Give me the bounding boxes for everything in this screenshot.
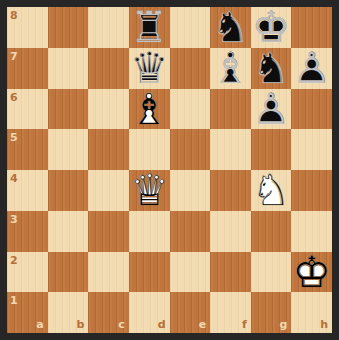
- square-a4[interactable]: 4: [7, 170, 48, 211]
- square-e2[interactable]: [170, 252, 211, 293]
- square-c3[interactable]: [88, 211, 129, 252]
- square-a2[interactable]: 2: [7, 252, 48, 293]
- square-c4[interactable]: [88, 170, 129, 211]
- square-g5[interactable]: [251, 129, 292, 170]
- square-a6[interactable]: 6: [7, 89, 48, 130]
- black-pawn[interactable]: ♟♙: [251, 89, 292, 130]
- black-pawn[interactable]: ♟♙: [291, 48, 332, 89]
- rank-label-7: 7: [10, 51, 18, 62]
- square-a7[interactable]: 7: [7, 48, 48, 89]
- square-h3[interactable]: [291, 211, 332, 252]
- black-rook[interactable]: ♜♖: [129, 7, 170, 48]
- square-c1[interactable]: c: [88, 292, 129, 333]
- square-f7[interactable]: ♝♗: [210, 48, 251, 89]
- square-g3[interactable]: [251, 211, 292, 252]
- square-c5[interactable]: [88, 129, 129, 170]
- square-h1[interactable]: h: [291, 292, 332, 333]
- black-knight[interactable]: ♞♘: [251, 48, 292, 89]
- square-b3[interactable]: [48, 211, 89, 252]
- square-e4[interactable]: [170, 170, 211, 211]
- square-d8[interactable]: ♜♖: [129, 7, 170, 48]
- file-label-b: b: [76, 319, 84, 330]
- rank-label-4: 4: [10, 173, 18, 184]
- square-d4[interactable]: ♛♕: [129, 170, 170, 211]
- square-f4[interactable]: [210, 170, 251, 211]
- square-h8[interactable]: [291, 7, 332, 48]
- square-d6[interactable]: ♝♗: [129, 89, 170, 130]
- square-h4[interactable]: [291, 170, 332, 211]
- file-label-g: g: [280, 319, 288, 330]
- square-f5[interactable]: [210, 129, 251, 170]
- square-g4[interactable]: ♞♘: [251, 170, 292, 211]
- chessboard-frame: 8♜♖♞♘♚♔7♛♕♝♗♞♘♟♙6♝♗♟♙54♛♕♞♘32♚♔1abcdefgh: [0, 0, 339, 340]
- file-label-d: d: [158, 319, 166, 330]
- rank-label-8: 8: [10, 10, 18, 21]
- square-d7[interactable]: ♛♕: [129, 48, 170, 89]
- rank-label-1: 1: [10, 295, 18, 306]
- square-g6[interactable]: ♟♙: [251, 89, 292, 130]
- square-a8[interactable]: 8: [7, 7, 48, 48]
- file-label-e: e: [199, 319, 206, 330]
- black-king[interactable]: ♚♔: [251, 7, 292, 48]
- rank-label-6: 6: [10, 92, 18, 103]
- square-b1[interactable]: b: [48, 292, 89, 333]
- square-e6[interactable]: [170, 89, 211, 130]
- file-label-a: a: [36, 319, 43, 330]
- file-label-c: c: [118, 319, 125, 330]
- square-b4[interactable]: [48, 170, 89, 211]
- square-f6[interactable]: [210, 89, 251, 130]
- square-e7[interactable]: [170, 48, 211, 89]
- square-g8[interactable]: ♚♔: [251, 7, 292, 48]
- white-knight[interactable]: ♞♘: [251, 170, 292, 211]
- square-b6[interactable]: [48, 89, 89, 130]
- square-f2[interactable]: [210, 252, 251, 293]
- white-bishop[interactable]: ♝♗: [129, 89, 170, 130]
- square-d1[interactable]: d: [129, 292, 170, 333]
- square-f8[interactable]: ♞♘: [210, 7, 251, 48]
- white-king[interactable]: ♚♔: [291, 252, 332, 293]
- black-bishop[interactable]: ♝♗: [210, 48, 251, 89]
- square-h7[interactable]: ♟♙: [291, 48, 332, 89]
- white-queen[interactable]: ♛♕: [129, 170, 170, 211]
- board: 8♜♖♞♘♚♔7♛♕♝♗♞♘♟♙6♝♗♟♙54♛♕♞♘32♚♔1abcdefgh: [7, 7, 332, 333]
- square-a3[interactable]: 3: [7, 211, 48, 252]
- square-g2[interactable]: [251, 252, 292, 293]
- square-h2[interactable]: ♚♔: [291, 252, 332, 293]
- black-queen[interactable]: ♛♕: [129, 48, 170, 89]
- square-e5[interactable]: [170, 129, 211, 170]
- black-knight[interactable]: ♞♘: [210, 7, 251, 48]
- square-e1[interactable]: e: [170, 292, 211, 333]
- rank-label-3: 3: [10, 214, 18, 225]
- square-h6[interactable]: [291, 89, 332, 130]
- square-e3[interactable]: [170, 211, 211, 252]
- square-g1[interactable]: g: [251, 292, 292, 333]
- rank-label-2: 2: [10, 255, 18, 266]
- square-d3[interactable]: [129, 211, 170, 252]
- square-b5[interactable]: [48, 129, 89, 170]
- square-f1[interactable]: f: [210, 292, 251, 333]
- square-a5[interactable]: 5: [7, 129, 48, 170]
- square-c7[interactable]: [88, 48, 129, 89]
- square-b7[interactable]: [48, 48, 89, 89]
- file-label-h: h: [320, 319, 328, 330]
- square-f3[interactable]: [210, 211, 251, 252]
- file-label-f: f: [242, 319, 247, 330]
- square-b8[interactable]: [48, 7, 89, 48]
- square-b2[interactable]: [48, 252, 89, 293]
- square-d5[interactable]: [129, 129, 170, 170]
- square-e8[interactable]: [170, 7, 211, 48]
- square-a1[interactable]: 1a: [7, 292, 48, 333]
- square-c8[interactable]: [88, 7, 129, 48]
- square-c2[interactable]: [88, 252, 129, 293]
- rank-label-5: 5: [10, 132, 18, 143]
- square-c6[interactable]: [88, 89, 129, 130]
- square-g7[interactable]: ♞♘: [251, 48, 292, 89]
- square-h5[interactable]: [291, 129, 332, 170]
- square-d2[interactable]: [129, 252, 170, 293]
